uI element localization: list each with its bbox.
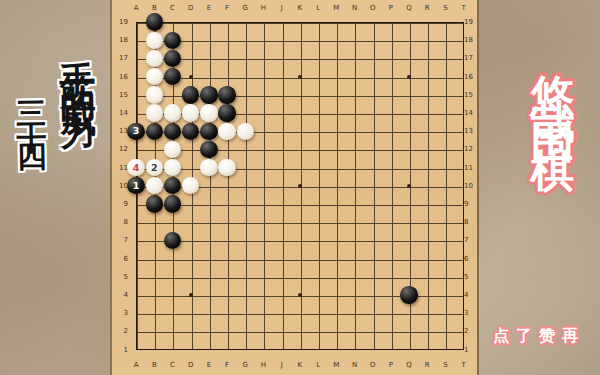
coord-col-m: M [327, 3, 345, 13]
stone-white-b17 [146, 50, 163, 67]
stone-white-c14 [164, 104, 181, 121]
stone-white-b18 [146, 32, 163, 49]
coord-row-2: 2 [464, 326, 480, 336]
caption-left-title: 手筋的威力 [51, 32, 101, 98]
coord-col-q: Q [400, 3, 418, 13]
coord-col-r: R [418, 3, 436, 13]
coord-col-b: B [145, 360, 163, 370]
stone-black-e15 [200, 86, 217, 103]
coord-col-l: L [309, 3, 327, 13]
coord-row-1: 1 [113, 345, 128, 355]
move-number-label: 2 [151, 163, 158, 173]
move-number-label: 3 [133, 126, 140, 136]
star-point [407, 75, 411, 79]
coord-col-k: K [291, 3, 309, 13]
coord-col-f: F [218, 3, 236, 13]
star-point [298, 184, 302, 188]
star-point [298, 293, 302, 297]
coord-row-14: 14 [464, 108, 480, 118]
coord-col-d: D [182, 360, 200, 370]
coord-col-g: G [236, 3, 254, 13]
coord-row-10: 10 [113, 181, 128, 191]
coord-col-h: H [255, 3, 273, 13]
stone-black-c9 [164, 195, 181, 212]
move-number-label: 1 [133, 181, 140, 191]
move-number-label: 4 [133, 163, 140, 173]
coord-col-r: R [418, 360, 436, 370]
coord-row-13: 13 [464, 126, 480, 136]
coord-col-d: D [182, 3, 200, 13]
coord-row-12: 12 [464, 144, 480, 154]
star-point [298, 75, 302, 79]
coord-col-o: O [364, 3, 382, 13]
coord-row-5: 5 [113, 272, 128, 282]
coord-col-g: G [236, 360, 254, 370]
coord-col-t: T [455, 3, 473, 13]
stone-white-f13 [218, 123, 235, 140]
coord-col-m: M [327, 360, 345, 370]
stone-black-a13: 3 [127, 123, 144, 140]
coord-row-7: 7 [113, 235, 128, 245]
stone-black-c18 [164, 32, 181, 49]
stone-white-g13 [237, 123, 254, 140]
caption-bottom-right: 点了赞再 [493, 326, 585, 347]
coord-col-j: J [273, 360, 291, 370]
coord-col-c: C [164, 3, 182, 13]
coord-row-15: 15 [113, 90, 128, 100]
stone-black-b19 [146, 13, 163, 30]
coord-row-19: 19 [113, 17, 128, 27]
stone-white-b15 [146, 86, 163, 103]
coord-row-3: 3 [464, 308, 480, 318]
star-point [189, 75, 193, 79]
stone-black-e12 [200, 141, 217, 158]
coord-row-19: 19 [464, 17, 480, 27]
coord-row-4: 4 [113, 290, 128, 300]
coord-row-6: 6 [113, 254, 128, 264]
stone-white-d14 [182, 104, 199, 121]
coord-col-e: E [200, 360, 218, 370]
coord-row-16: 16 [464, 72, 480, 82]
coord-row-16: 16 [113, 72, 128, 82]
coord-row-11: 11 [464, 163, 480, 173]
coord-col-j: J [273, 3, 291, 13]
stone-black-b13 [146, 123, 163, 140]
star-point [189, 293, 193, 297]
coord-row-4: 4 [464, 290, 480, 300]
coord-row-14: 14 [113, 108, 128, 118]
coord-row-17: 17 [464, 53, 480, 63]
stone-white-e14 [200, 104, 217, 121]
coord-col-a: A [127, 3, 145, 13]
coord-row-18: 18 [113, 35, 128, 45]
coord-row-17: 17 [113, 53, 128, 63]
stone-black-d15 [182, 86, 199, 103]
coord-col-n: N [346, 360, 364, 370]
coord-row-10: 10 [464, 181, 480, 191]
stone-black-c13 [164, 123, 181, 140]
stone-white-a11: 4 [127, 159, 144, 176]
coord-row-13: 13 [113, 126, 128, 136]
stone-black-q4 [400, 286, 417, 303]
coord-col-s: S [437, 3, 455, 13]
coord-col-f: F [218, 360, 236, 370]
coord-row-12: 12 [113, 144, 128, 154]
coord-col-n: N [346, 3, 364, 13]
caption-right-title: 悠哉围棋 [524, 38, 583, 138]
coord-row-7: 7 [464, 235, 480, 245]
coord-row-9: 9 [464, 199, 480, 209]
stone-white-b14 [146, 104, 163, 121]
coord-col-b: B [145, 3, 163, 13]
stone-black-e13 [200, 123, 217, 140]
coord-col-h: H [255, 360, 273, 370]
go-board[interactable]: 3142 AABBCCDDEEFFGGHHJJKKLLMMNNOOPPQQRRS… [110, 0, 479, 375]
coord-row-6: 6 [464, 254, 480, 264]
coord-row-5: 5 [464, 272, 480, 282]
coord-col-p: P [382, 3, 400, 13]
coord-col-e: E [200, 3, 218, 13]
coord-row-11: 11 [113, 163, 128, 173]
coord-col-a: A [127, 360, 145, 370]
coord-row-9: 9 [113, 199, 128, 209]
caption-left-number: 三十四 [9, 78, 51, 142]
coord-col-o: O [364, 360, 382, 370]
coord-col-q: Q [400, 360, 418, 370]
coord-col-t: T [455, 360, 473, 370]
coord-col-p: P [382, 360, 400, 370]
coord-col-s: S [437, 360, 455, 370]
page: { "game": "go", "board_size": 19, "posit… [0, 0, 600, 375]
go-board-grid[interactable]: 3142 [127, 13, 473, 359]
coord-row-3: 3 [113, 308, 128, 318]
stone-white-f11 [218, 159, 235, 176]
stone-black-b9 [146, 195, 163, 212]
coord-row-8: 8 [464, 217, 480, 227]
coord-row-8: 8 [113, 217, 128, 227]
stone-black-c7 [164, 232, 181, 249]
star-point [407, 184, 411, 188]
coord-row-2: 2 [113, 326, 128, 336]
coord-row-1: 1 [464, 345, 480, 355]
stone-black-f15 [218, 86, 235, 103]
coord-col-k: K [291, 360, 309, 370]
coord-row-15: 15 [464, 90, 480, 100]
stone-black-f14 [218, 104, 235, 121]
coord-col-l: L [309, 360, 327, 370]
stone-white-e11 [200, 159, 217, 176]
coord-row-18: 18 [464, 35, 480, 45]
coord-col-c: C [164, 360, 182, 370]
